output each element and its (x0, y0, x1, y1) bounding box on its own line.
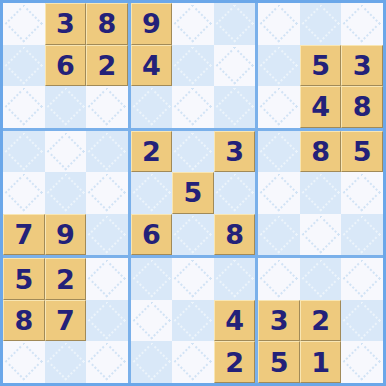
diamond-icon (260, 87, 299, 126)
diamond-icon (260, 4, 299, 43)
cell-r6c6: 8 (214, 214, 256, 256)
cell-r6c3[interactable] (86, 214, 128, 256)
cell-r4c8: 8 (300, 131, 342, 173)
diamond-icon (174, 46, 213, 85)
diamond-icon (46, 87, 85, 126)
cell-r1c9[interactable] (341, 3, 383, 45)
cell-r5c4[interactable] (131, 172, 173, 214)
cell-r5c1[interactable] (3, 172, 45, 214)
box-r1c1: 3862 (3, 3, 128, 128)
box-r3c1: 5287 (3, 258, 128, 383)
cell-r4c5[interactable] (172, 131, 214, 173)
cell-r1c5[interactable] (172, 3, 214, 45)
cell-r6c1: 7 (3, 214, 45, 256)
diamond-icon (174, 132, 213, 171)
diamond-icon (46, 174, 85, 213)
diamond-icon (46, 132, 85, 171)
sudoku-board: 38629453487923568855287423251 (0, 0, 386, 386)
cell-r9c5[interactable] (172, 341, 214, 383)
diamond-icon (87, 87, 126, 126)
diamond-icon (215, 87, 254, 126)
diamond-icon (343, 4, 382, 43)
cell-r4c1[interactable] (3, 131, 45, 173)
cell-r8c1: 8 (3, 300, 45, 342)
cell-r8c3[interactable] (86, 300, 128, 342)
diamond-icon (132, 260, 171, 299)
cell-r8c9[interactable] (341, 300, 383, 342)
cell-r3c4[interactable] (131, 86, 173, 128)
diamond-icon (87, 343, 126, 382)
diamond-icon (132, 343, 171, 382)
cell-r3c9: 8 (341, 86, 383, 128)
diamond-icon (46, 343, 85, 382)
cell-r9c6: 2 (214, 341, 256, 383)
cell-r4c3[interactable] (86, 131, 128, 173)
diamond-icon (260, 46, 299, 85)
diamond-icon (174, 4, 213, 43)
cell-r3c5[interactable] (172, 86, 214, 128)
diamond-icon (215, 4, 254, 43)
cell-r8c7: 3 (258, 300, 300, 342)
box-r2c2: 23568 (131, 131, 256, 256)
cell-r9c1[interactable] (3, 341, 45, 383)
diamond-icon (260, 260, 299, 299)
diamond-icon (4, 46, 43, 85)
cell-r5c3[interactable] (86, 172, 128, 214)
cell-r7c1: 5 (3, 258, 45, 300)
diamond-icon (260, 215, 299, 254)
diamond-icon (260, 132, 299, 171)
diamond-icon (87, 132, 126, 171)
diamond-icon (174, 301, 213, 340)
cell-r2c6[interactable] (214, 45, 256, 87)
cell-r8c2: 7 (45, 300, 87, 342)
cell-r1c4: 9 (131, 3, 173, 45)
diamond-icon (301, 215, 340, 254)
diamond-icon (174, 343, 213, 382)
cell-r7c5[interactable] (172, 258, 214, 300)
cell-r9c9[interactable] (341, 341, 383, 383)
diamond-icon (87, 260, 126, 299)
diamond-icon (132, 174, 171, 213)
diamond-icon (301, 4, 340, 43)
cell-r1c6[interactable] (214, 3, 256, 45)
cell-r7c4[interactable] (131, 258, 173, 300)
cell-r4c2[interactable] (45, 131, 87, 173)
diamond-icon (4, 343, 43, 382)
diamond-icon (215, 174, 254, 213)
box-r3c3: 3251 (258, 258, 383, 383)
diamond-icon (301, 260, 340, 299)
cell-r2c9: 3 (341, 45, 383, 87)
box-r3c2: 42 (131, 258, 256, 383)
diamond-icon (87, 301, 126, 340)
diamond-icon (215, 260, 254, 299)
cell-r3c2[interactable] (45, 86, 87, 128)
diamond-icon (174, 87, 213, 126)
cell-r3c7[interactable] (258, 86, 300, 128)
cell-r2c3: 2 (86, 45, 128, 87)
cell-r3c1[interactable] (3, 86, 45, 128)
cell-r6c9[interactable] (341, 214, 383, 256)
cell-r2c5[interactable] (172, 45, 214, 87)
diamond-icon (87, 215, 126, 254)
cell-r2c7[interactable] (258, 45, 300, 87)
cell-r4c4: 2 (131, 131, 173, 173)
diamond-icon (174, 215, 213, 254)
diamond-icon (343, 174, 382, 213)
box-r2c3: 85 (258, 131, 383, 256)
cell-r9c7: 5 (258, 341, 300, 383)
cell-r6c7[interactable] (258, 214, 300, 256)
cell-r8c4[interactable] (131, 300, 173, 342)
cell-r5c7[interactable] (258, 172, 300, 214)
cell-r5c9[interactable] (341, 172, 383, 214)
diamond-icon (343, 301, 382, 340)
cell-r7c2: 2 (45, 258, 87, 300)
cell-r1c2: 3 (45, 3, 87, 45)
diamond-icon (4, 4, 43, 43)
diamond-icon (260, 174, 299, 213)
cell-r6c8[interactable] (300, 214, 342, 256)
diamond-icon (343, 260, 382, 299)
cell-r4c6: 3 (214, 131, 256, 173)
cell-r7c7[interactable] (258, 258, 300, 300)
cell-r5c8[interactable] (300, 172, 342, 214)
cell-r6c5[interactable] (172, 214, 214, 256)
cell-r8c6: 4 (214, 300, 256, 342)
diamond-icon (4, 132, 43, 171)
cell-r9c8: 1 (300, 341, 342, 383)
cell-r3c8: 4 (300, 86, 342, 128)
cell-r2c1[interactable] (3, 45, 45, 87)
cell-r5c6[interactable] (214, 172, 256, 214)
cell-r1c7[interactable] (258, 3, 300, 45)
cell-r1c8[interactable] (300, 3, 342, 45)
cell-r2c2: 6 (45, 45, 87, 87)
diamond-icon (87, 174, 126, 213)
diamond-icon (4, 174, 43, 213)
diamond-icon (174, 260, 213, 299)
diamond-icon (301, 174, 340, 213)
cell-r1c1[interactable] (3, 3, 45, 45)
cell-r7c8[interactable] (300, 258, 342, 300)
cell-r6c2: 9 (45, 214, 87, 256)
box-r1c2: 94 (131, 3, 256, 128)
cell-r8c5[interactable] (172, 300, 214, 342)
cell-r7c6[interactable] (214, 258, 256, 300)
cell-r7c3[interactable] (86, 258, 128, 300)
diamond-icon (4, 87, 43, 126)
cell-r9c4[interactable] (131, 341, 173, 383)
cell-r7c9[interactable] (341, 258, 383, 300)
cell-r3c6[interactable] (214, 86, 256, 128)
diamond-icon (343, 343, 382, 382)
cell-r5c5: 5 (172, 172, 214, 214)
diamond-icon (215, 46, 254, 85)
cell-r1c3: 8 (86, 3, 128, 45)
diamond-icon (132, 301, 171, 340)
box-r1c3: 5348 (258, 3, 383, 128)
cell-r4c9: 5 (341, 131, 383, 173)
cell-r9c3[interactable] (86, 341, 128, 383)
diamond-icon (132, 87, 171, 126)
cell-r2c8: 5 (300, 45, 342, 87)
cell-r2c4: 4 (131, 45, 173, 87)
box-r2c1: 79 (3, 131, 128, 256)
cell-r4c7[interactable] (258, 131, 300, 173)
diamond-icon (343, 215, 382, 254)
cell-r9c2[interactable] (45, 341, 87, 383)
cell-r8c8: 2 (300, 300, 342, 342)
cell-r6c4: 6 (131, 214, 173, 256)
cell-r5c2[interactable] (45, 172, 87, 214)
cell-r3c3[interactable] (86, 86, 128, 128)
